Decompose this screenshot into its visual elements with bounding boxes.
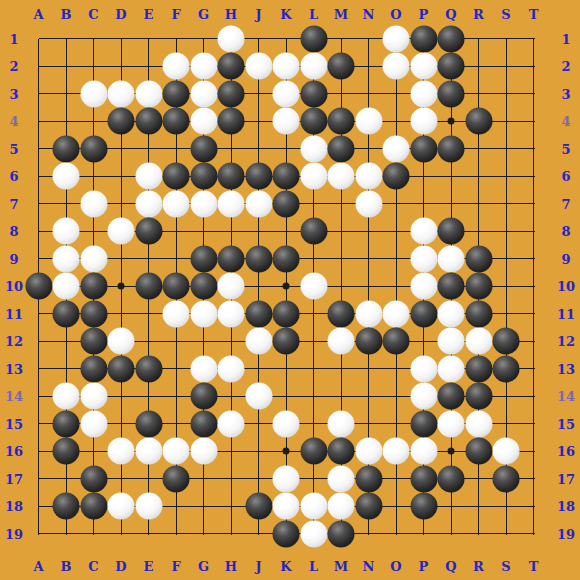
stone-white[interactable] <box>135 493 162 520</box>
stone-white[interactable] <box>190 190 217 217</box>
stone-black[interactable] <box>53 135 80 162</box>
stone-white[interactable] <box>108 493 135 520</box>
stone-white[interactable] <box>190 300 217 327</box>
stone-black[interactable] <box>135 355 162 382</box>
stone-white[interactable] <box>190 108 217 135</box>
stone-black[interactable] <box>410 493 437 520</box>
stone-black[interactable] <box>465 383 492 410</box>
row-label-right: 18 <box>557 499 575 514</box>
stone-black[interactable] <box>465 273 492 300</box>
stone-white[interactable] <box>190 53 217 80</box>
stone-white[interactable] <box>328 328 355 355</box>
stone-white[interactable] <box>273 80 300 107</box>
stone-black[interactable] <box>300 108 327 135</box>
row-label-right: 7 <box>561 196 570 211</box>
stone-white[interactable] <box>218 25 245 52</box>
stone-white[interactable] <box>108 328 135 355</box>
stone-white[interactable] <box>438 300 465 327</box>
stone-black[interactable] <box>135 108 162 135</box>
stone-black[interactable] <box>328 135 355 162</box>
col-label-top: M <box>334 7 348 22</box>
stone-white[interactable] <box>273 53 300 80</box>
stone-black[interactable] <box>438 53 465 80</box>
row-label-right: 11 <box>557 306 575 321</box>
col-label-bottom: F <box>171 559 180 574</box>
stone-black[interactable] <box>53 493 80 520</box>
stone-white[interactable] <box>410 108 437 135</box>
stone-black[interactable] <box>218 80 245 107</box>
stone-black[interactable] <box>300 438 327 465</box>
stone-white[interactable] <box>300 53 327 80</box>
stone-black[interactable] <box>53 300 80 327</box>
stone-white[interactable] <box>383 300 410 327</box>
stone-black[interactable] <box>80 493 107 520</box>
col-label-top: L <box>309 7 318 22</box>
stone-white[interactable] <box>355 190 382 217</box>
col-label-top: G <box>198 7 209 22</box>
stone-white[interactable] <box>245 328 272 355</box>
col-label-top: E <box>144 7 154 22</box>
stone-white[interactable] <box>218 300 245 327</box>
stone-white[interactable] <box>163 300 190 327</box>
row-label-right: 14 <box>557 389 575 404</box>
stone-white[interactable] <box>465 410 492 437</box>
stone-black[interactable] <box>438 465 465 492</box>
stone-white[interactable] <box>355 163 382 190</box>
stone-black[interactable] <box>218 108 245 135</box>
row-label-left: 12 <box>5 334 23 349</box>
col-label-top: A <box>33 7 43 22</box>
stone-black[interactable] <box>438 25 465 52</box>
stone-white[interactable] <box>80 410 107 437</box>
stone-black[interactable] <box>410 410 437 437</box>
stone-black[interactable] <box>383 163 410 190</box>
stone-black[interactable] <box>218 163 245 190</box>
stone-black[interactable] <box>273 520 300 547</box>
row-label-left: 6 <box>9 169 18 184</box>
col-label-top: S <box>501 7 510 22</box>
stone-black[interactable] <box>383 328 410 355</box>
col-label-top: P <box>419 7 429 22</box>
col-label-top: N <box>363 7 375 22</box>
stone-black[interactable] <box>328 108 355 135</box>
row-label-right: 8 <box>561 224 570 239</box>
stone-black[interactable] <box>163 273 190 300</box>
row-label-left: 5 <box>9 141 18 156</box>
col-label-bottom: N <box>363 559 375 574</box>
stone-black[interactable] <box>163 163 190 190</box>
stone-black[interactable] <box>245 300 272 327</box>
stone-white[interactable] <box>438 245 465 272</box>
row-label-left: 1 <box>9 31 18 46</box>
stone-black[interactable] <box>190 135 217 162</box>
stone-white[interactable] <box>410 383 437 410</box>
stone-black[interactable] <box>80 355 107 382</box>
stone-white[interactable] <box>410 245 437 272</box>
stone-black[interactable] <box>80 273 107 300</box>
stone-white[interactable] <box>80 80 107 107</box>
stone-black[interactable] <box>273 328 300 355</box>
stone-white[interactable] <box>53 273 80 300</box>
stone-white[interactable] <box>190 80 217 107</box>
hoshi-point <box>448 118 455 125</box>
stone-black[interactable] <box>410 25 437 52</box>
row-label-left: 8 <box>9 224 18 239</box>
col-label-bottom: G <box>198 559 209 574</box>
stone-white[interactable] <box>135 163 162 190</box>
col-label-top: D <box>115 7 126 22</box>
col-label-bottom: E <box>144 559 154 574</box>
stone-white[interactable] <box>273 465 300 492</box>
stone-white[interactable] <box>245 53 272 80</box>
stone-black[interactable] <box>80 328 107 355</box>
col-label-bottom: D <box>115 559 126 574</box>
stone-black[interactable] <box>410 135 437 162</box>
stone-white[interactable] <box>53 163 80 190</box>
hoshi-point <box>283 448 290 455</box>
col-label-top: O <box>390 7 401 22</box>
stone-black[interactable] <box>245 163 272 190</box>
stone-white[interactable] <box>410 273 437 300</box>
stone-black[interactable] <box>245 245 272 272</box>
stone-white[interactable] <box>383 25 410 52</box>
col-label-top: C <box>88 7 98 22</box>
stone-black[interactable] <box>465 355 492 382</box>
row-label-left: 19 <box>5 526 23 541</box>
hoshi-point <box>448 448 455 455</box>
row-label-left: 2 <box>9 59 18 74</box>
stone-white[interactable] <box>53 245 80 272</box>
stone-white[interactable] <box>328 410 355 437</box>
stone-white[interactable] <box>300 520 327 547</box>
stone-black[interactable] <box>190 245 217 272</box>
stone-black[interactable] <box>465 438 492 465</box>
stone-black[interactable] <box>190 163 217 190</box>
stone-white[interactable] <box>80 245 107 272</box>
col-label-top: Q <box>445 7 456 22</box>
stone-black[interactable] <box>135 273 162 300</box>
stone-white[interactable] <box>383 135 410 162</box>
col-label-bottom: P <box>419 559 429 574</box>
col-label-top: K <box>280 7 291 22</box>
stone-white[interactable] <box>438 328 465 355</box>
col-label-bottom: T <box>529 559 539 574</box>
stone-white[interactable] <box>465 328 492 355</box>
stone-black[interactable] <box>80 135 107 162</box>
row-label-right: 3 <box>561 86 570 101</box>
col-label-bottom: J <box>255 559 261 574</box>
col-label-bottom: O <box>390 559 401 574</box>
stone-black[interactable] <box>108 108 135 135</box>
row-label-right: 4 <box>561 114 570 129</box>
stone-black[interactable] <box>245 493 272 520</box>
grid-line-v <box>258 39 259 535</box>
col-label-bottom: Q <box>445 559 456 574</box>
stone-black[interactable] <box>218 53 245 80</box>
col-label-bottom: C <box>88 559 98 574</box>
col-label-top: T <box>529 7 539 22</box>
stone-white[interactable] <box>163 190 190 217</box>
row-label-left: 11 <box>5 306 23 321</box>
row-label-right: 13 <box>557 361 575 376</box>
col-label-bottom: R <box>473 559 484 574</box>
row-label-right: 1 <box>561 31 570 46</box>
stone-white[interactable] <box>493 438 520 465</box>
stone-black[interactable] <box>438 135 465 162</box>
stone-white[interactable] <box>135 80 162 107</box>
row-label-left: 15 <box>5 416 23 431</box>
stone-white[interactable] <box>383 53 410 80</box>
col-label-top: F <box>171 7 180 22</box>
stone-black[interactable] <box>190 410 217 437</box>
col-label-top: R <box>473 7 484 22</box>
stone-black[interactable] <box>273 163 300 190</box>
stone-black[interactable] <box>163 465 190 492</box>
stone-black[interactable] <box>410 300 437 327</box>
stone-black[interactable] <box>300 25 327 52</box>
row-label-right: 19 <box>557 526 575 541</box>
stone-white[interactable] <box>273 493 300 520</box>
stone-black[interactable] <box>53 410 80 437</box>
stone-white[interactable] <box>53 218 80 245</box>
row-label-left: 13 <box>5 361 23 376</box>
stone-black[interactable] <box>190 383 217 410</box>
row-label-right: 9 <box>561 251 570 266</box>
stone-white[interactable] <box>218 273 245 300</box>
stone-white[interactable] <box>355 108 382 135</box>
stone-black[interactable] <box>438 218 465 245</box>
row-label-left: 10 <box>5 279 23 294</box>
stone-white[interactable] <box>410 355 437 382</box>
stone-white[interactable] <box>355 300 382 327</box>
stone-white[interactable] <box>328 163 355 190</box>
stone-white[interactable] <box>300 493 327 520</box>
stone-white[interactable] <box>410 218 437 245</box>
row-label-right: 10 <box>557 279 575 294</box>
hoshi-point <box>283 283 290 290</box>
stone-black[interactable] <box>163 80 190 107</box>
stone-white[interactable] <box>245 190 272 217</box>
col-label-top: B <box>61 7 72 22</box>
row-label-left: 7 <box>9 196 18 211</box>
row-label-right: 5 <box>561 141 570 156</box>
stone-white[interactable] <box>328 493 355 520</box>
stone-white[interactable] <box>328 465 355 492</box>
stone-white[interactable] <box>410 53 437 80</box>
stone-white[interactable] <box>163 438 190 465</box>
stone-white[interactable] <box>218 190 245 217</box>
stone-white[interactable] <box>410 80 437 107</box>
stone-white[interactable] <box>300 273 327 300</box>
stone-white[interactable] <box>245 383 272 410</box>
stone-black[interactable] <box>355 328 382 355</box>
stone-black[interactable] <box>355 465 382 492</box>
stone-white[interactable] <box>273 410 300 437</box>
stone-white[interactable] <box>410 438 437 465</box>
stone-black[interactable] <box>53 438 80 465</box>
stone-white[interactable] <box>300 135 327 162</box>
stone-black[interactable] <box>80 465 107 492</box>
stone-black[interactable] <box>328 438 355 465</box>
row-label-right: 2 <box>561 59 570 74</box>
row-label-left: 4 <box>9 114 18 129</box>
stone-white[interactable] <box>273 108 300 135</box>
stone-black[interactable] <box>328 53 355 80</box>
stone-black[interactable] <box>493 328 520 355</box>
stone-black[interactable] <box>355 493 382 520</box>
stone-black[interactable] <box>25 273 52 300</box>
stone-white[interactable] <box>80 190 107 217</box>
stone-black[interactable] <box>273 190 300 217</box>
stone-white[interactable] <box>355 438 382 465</box>
stone-white[interactable] <box>135 190 162 217</box>
stone-black[interactable] <box>273 300 300 327</box>
stone-black[interactable] <box>218 245 245 272</box>
stone-white[interactable] <box>163 53 190 80</box>
row-label-right: 12 <box>557 334 575 349</box>
stone-white[interactable] <box>190 355 217 382</box>
go-board[interactable]: AABBCCDDEEFFGGHHJJKKLLMMNNOOPPQQRRSSTT11… <box>0 0 580 580</box>
stone-white[interactable] <box>438 410 465 437</box>
stone-black[interactable] <box>80 300 107 327</box>
col-label-top: J <box>255 7 261 22</box>
row-label-left: 9 <box>9 251 18 266</box>
stone-black[interactable] <box>410 465 437 492</box>
hoshi-point <box>118 283 125 290</box>
col-label-bottom: M <box>334 559 348 574</box>
stone-white[interactable] <box>218 410 245 437</box>
stone-black[interactable] <box>493 355 520 382</box>
row-label-right: 17 <box>557 471 575 486</box>
stone-black[interactable] <box>328 300 355 327</box>
stone-white[interactable] <box>53 383 80 410</box>
stone-white[interactable] <box>108 80 135 107</box>
stone-black[interactable] <box>438 273 465 300</box>
stone-black[interactable] <box>465 300 492 327</box>
col-label-bottom: S <box>501 559 510 574</box>
row-label-right: 16 <box>557 444 575 459</box>
col-label-bottom: B <box>61 559 72 574</box>
stone-black[interactable] <box>328 520 355 547</box>
stone-white[interactable] <box>300 163 327 190</box>
stone-black[interactable] <box>108 355 135 382</box>
col-label-bottom: L <box>309 559 318 574</box>
col-label-bottom: A <box>33 559 43 574</box>
stone-white[interactable] <box>80 383 107 410</box>
row-label-left: 17 <box>5 471 23 486</box>
stone-black[interactable] <box>300 218 327 245</box>
stone-black[interactable] <box>135 218 162 245</box>
row-label-left: 14 <box>5 389 23 404</box>
stone-white[interactable] <box>108 438 135 465</box>
stone-white[interactable] <box>438 355 465 382</box>
stone-black[interactable] <box>465 108 492 135</box>
stone-black[interactable] <box>190 273 217 300</box>
stone-white[interactable] <box>218 355 245 382</box>
row-label-left: 18 <box>5 499 23 514</box>
grid-line-v <box>533 39 534 535</box>
stone-black[interactable] <box>438 383 465 410</box>
stone-white[interactable] <box>108 218 135 245</box>
row-label-left: 3 <box>9 86 18 101</box>
col-label-top: H <box>225 7 237 22</box>
row-label-left: 16 <box>5 444 23 459</box>
stone-black[interactable] <box>493 465 520 492</box>
stone-black[interactable] <box>273 245 300 272</box>
stone-black[interactable] <box>465 245 492 272</box>
stone-white[interactable] <box>135 438 162 465</box>
col-label-bottom: K <box>280 559 291 574</box>
row-label-right: 15 <box>557 416 575 431</box>
col-label-bottom: H <box>225 559 237 574</box>
stone-black[interactable] <box>163 108 190 135</box>
stone-black[interactable] <box>300 80 327 107</box>
stone-black[interactable] <box>135 410 162 437</box>
row-label-right: 6 <box>561 169 570 184</box>
stone-white[interactable] <box>190 438 217 465</box>
stone-white[interactable] <box>383 438 410 465</box>
stone-black[interactable] <box>438 80 465 107</box>
